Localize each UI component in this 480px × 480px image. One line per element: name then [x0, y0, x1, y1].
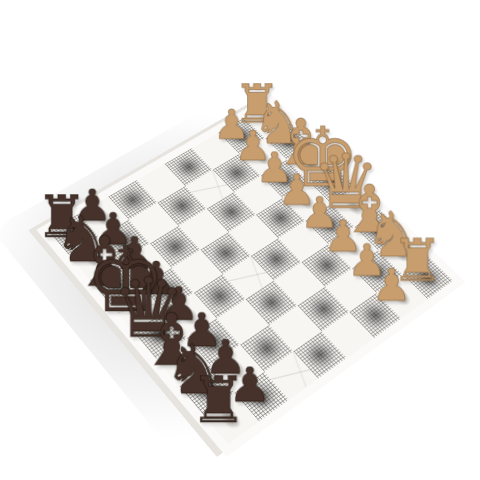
- board: ♜♞♝♚♛♝♞♜♟♟♟♟♟♟♟♟♟♟♟♟♟♟♟♟♜♞♝♚♛♝♞♜: [49, 103, 453, 444]
- chess-product-render: ♜♞♝♚♛♝♞♜♟♟♟♟♟♟♟♟♟♟♟♟♟♟♟♟♜♞♝♚♛♝♞♜: [0, 0, 480, 480]
- black-rook-a8[interactable]: ♜: [190, 374, 247, 427]
- white-pawn-a2[interactable]: ♟: [371, 267, 411, 304]
- chess-board-slab: ♜♞♝♚♛♝♞♜♟♟♟♟♟♟♟♟♟♟♟♟♟♟♟♟♜♞♝♚♛♝♞♜: [36, 94, 466, 457]
- scene-perspective: ♜♞♝♚♛♝♞♜♟♟♟♟♟♟♟♟♟♟♟♟♟♟♟♟♜♞♝♚♛♝♞♜: [0, 0, 480, 480]
